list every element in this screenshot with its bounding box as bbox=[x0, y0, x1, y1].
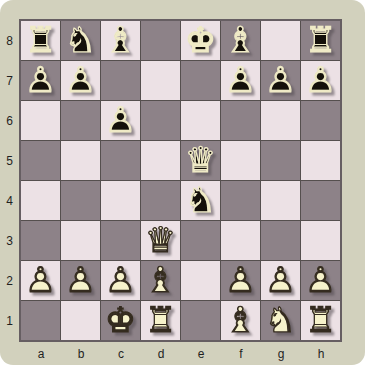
square-b2[interactable]: ♟♙ bbox=[61, 261, 100, 300]
rank-label-7: 7 bbox=[2, 61, 17, 101]
black-pawn-outline-glyph: ♙ bbox=[21, 61, 60, 100]
black-pawn-piece: ♟♙ bbox=[61, 61, 100, 100]
rank-label-3: 3 bbox=[2, 221, 17, 261]
file-label-d: d bbox=[141, 345, 181, 363]
white-pawn-outline-glyph: ♙ bbox=[301, 261, 340, 300]
file-label-b: b bbox=[61, 345, 101, 363]
square-f8[interactable]: ♝♗ bbox=[221, 21, 260, 60]
black-pawn-outline-glyph: ♙ bbox=[261, 61, 300, 100]
black-knight-outline-glyph: ♘ bbox=[181, 181, 220, 220]
white-pawn-outline-glyph: ♙ bbox=[61, 261, 100, 300]
square-b8[interactable]: ♞♘ bbox=[61, 21, 100, 60]
file-label-c: c bbox=[101, 345, 141, 363]
rank-label-8: 8 bbox=[2, 21, 17, 61]
square-g5[interactable] bbox=[261, 141, 300, 180]
square-h2[interactable]: ♟♙ bbox=[301, 261, 340, 300]
black-pawn-piece: ♟♙ bbox=[261, 61, 300, 100]
black-pawn-outline-glyph: ♙ bbox=[61, 61, 100, 100]
black-pawn-piece: ♟♙ bbox=[301, 61, 340, 100]
square-c4[interactable] bbox=[101, 181, 140, 220]
square-a3[interactable] bbox=[21, 221, 60, 260]
square-b6[interactable] bbox=[61, 101, 100, 140]
square-c1[interactable]: ♚♔ bbox=[101, 301, 140, 340]
white-pawn-outline-glyph: ♙ bbox=[101, 261, 140, 300]
square-b1[interactable] bbox=[61, 301, 100, 340]
white-pawn-outline-glyph: ♙ bbox=[261, 261, 300, 300]
black-bishop-outline-glyph: ♗ bbox=[101, 21, 140, 60]
white-rook-piece: ♜♖ bbox=[141, 301, 180, 340]
square-b7[interactable]: ♟♙ bbox=[61, 61, 100, 100]
square-b4[interactable] bbox=[61, 181, 100, 220]
white-rook-outline-glyph: ♖ bbox=[301, 301, 340, 340]
black-queen-piece: ♛♕ bbox=[181, 141, 220, 180]
square-f5[interactable] bbox=[221, 141, 260, 180]
black-pawn-outline-glyph: ♙ bbox=[301, 61, 340, 100]
square-g6[interactable] bbox=[261, 101, 300, 140]
black-rook-piece: ♜♖ bbox=[301, 21, 340, 60]
white-knight-outline-glyph: ♘ bbox=[261, 301, 300, 340]
file-label-g: g bbox=[261, 345, 301, 363]
file-label-e: e bbox=[181, 345, 221, 363]
square-h3[interactable] bbox=[301, 221, 340, 260]
square-d2[interactable]: ♝♗ bbox=[141, 261, 180, 300]
square-c3[interactable] bbox=[101, 221, 140, 260]
square-d4[interactable] bbox=[141, 181, 180, 220]
square-a1[interactable] bbox=[21, 301, 60, 340]
square-a2[interactable]: ♟♙ bbox=[21, 261, 60, 300]
black-knight-outline-glyph: ♘ bbox=[61, 21, 100, 60]
white-pawn-piece: ♟♙ bbox=[221, 261, 260, 300]
file-label-f: f bbox=[221, 345, 261, 363]
square-f2[interactable]: ♟♙ bbox=[221, 261, 260, 300]
black-pawn-piece: ♟♙ bbox=[21, 61, 60, 100]
square-g8[interactable] bbox=[261, 21, 300, 60]
square-d1[interactable]: ♜♖ bbox=[141, 301, 180, 340]
white-pawn-piece: ♟♙ bbox=[261, 261, 300, 300]
white-queen-outline-glyph: ♕ bbox=[141, 221, 180, 260]
square-f6[interactable] bbox=[221, 101, 260, 140]
square-e6[interactable] bbox=[181, 101, 220, 140]
file-label-a: a bbox=[21, 345, 61, 363]
white-rook-piece: ♜♖ bbox=[301, 301, 340, 340]
square-d3[interactable]: ♛♕ bbox=[141, 221, 180, 260]
square-d7[interactable] bbox=[141, 61, 180, 100]
square-c2[interactable]: ♟♙ bbox=[101, 261, 140, 300]
rank-label-4: 4 bbox=[2, 181, 17, 221]
chess-board[interactable]: ♜♖♞♘♝♗♚♔♝♗♜♖♟♙♟♙♟♙♟♙♟♙♟♙♛♕♞♘♛♕♟♙♟♙♟♙♝♗♟♙… bbox=[19, 19, 342, 342]
rank-label-6: 6 bbox=[2, 101, 17, 141]
black-rook-piece: ♜♖ bbox=[21, 21, 60, 60]
square-c8[interactable]: ♝♗ bbox=[101, 21, 140, 60]
rank-label-1: 1 bbox=[2, 301, 17, 341]
white-pawn-piece: ♟♙ bbox=[301, 261, 340, 300]
square-e3[interactable] bbox=[181, 221, 220, 260]
black-pawn-outline-glyph: ♙ bbox=[221, 61, 260, 100]
black-king-outline-glyph: ♔ bbox=[181, 21, 220, 60]
square-e1[interactable] bbox=[181, 301, 220, 340]
square-h6[interactable] bbox=[301, 101, 340, 140]
square-a4[interactable] bbox=[21, 181, 60, 220]
square-e7[interactable] bbox=[181, 61, 220, 100]
square-b3[interactable] bbox=[61, 221, 100, 260]
white-king-outline-glyph: ♔ bbox=[101, 301, 140, 340]
black-rook-outline-glyph: ♖ bbox=[21, 21, 60, 60]
white-pawn-piece: ♟♙ bbox=[21, 261, 60, 300]
square-d6[interactable] bbox=[141, 101, 180, 140]
square-f3[interactable] bbox=[221, 221, 260, 260]
square-f1[interactable]: ♝♗ bbox=[221, 301, 260, 340]
white-knight-piece: ♞♘ bbox=[261, 301, 300, 340]
rank-label-5: 5 bbox=[2, 141, 17, 181]
square-h1[interactable]: ♜♖ bbox=[301, 301, 340, 340]
white-bishop-outline-glyph: ♗ bbox=[221, 301, 260, 340]
black-bishop-piece: ♝♗ bbox=[221, 21, 260, 60]
square-h8[interactable]: ♜♖ bbox=[301, 21, 340, 60]
black-bishop-outline-glyph: ♗ bbox=[221, 21, 260, 60]
white-pawn-piece: ♟♙ bbox=[61, 261, 100, 300]
square-h7[interactable]: ♟♙ bbox=[301, 61, 340, 100]
square-a5[interactable] bbox=[21, 141, 60, 180]
square-e8[interactable]: ♚♔ bbox=[181, 21, 220, 60]
white-pawn-outline-glyph: ♙ bbox=[221, 261, 260, 300]
rank-label-2: 2 bbox=[2, 261, 17, 301]
square-h4[interactable] bbox=[301, 181, 340, 220]
black-queen-outline-glyph: ♕ bbox=[181, 141, 220, 180]
square-c5[interactable] bbox=[101, 141, 140, 180]
square-g3[interactable] bbox=[261, 221, 300, 260]
black-king-piece: ♚♔ bbox=[181, 21, 220, 60]
square-d8[interactable] bbox=[141, 21, 180, 60]
square-d5[interactable] bbox=[141, 141, 180, 180]
square-f7[interactable]: ♟♙ bbox=[221, 61, 260, 100]
square-g1[interactable]: ♞♘ bbox=[261, 301, 300, 340]
square-a6[interactable] bbox=[21, 101, 60, 140]
square-g7[interactable]: ♟♙ bbox=[261, 61, 300, 100]
black-knight-piece: ♞♘ bbox=[181, 181, 220, 220]
white-bishop-piece: ♝♗ bbox=[141, 261, 180, 300]
square-h5[interactable] bbox=[301, 141, 340, 180]
white-queen-piece: ♛♕ bbox=[141, 221, 180, 260]
square-b5[interactable] bbox=[61, 141, 100, 180]
black-bishop-piece: ♝♗ bbox=[101, 21, 140, 60]
square-e5[interactable]: ♛♕ bbox=[181, 141, 220, 180]
black-rook-outline-glyph: ♖ bbox=[301, 21, 340, 60]
black-knight-piece: ♞♘ bbox=[61, 21, 100, 60]
square-e4[interactable]: ♞♘ bbox=[181, 181, 220, 220]
square-g2[interactable]: ♟♙ bbox=[261, 261, 300, 300]
square-a7[interactable]: ♟♙ bbox=[21, 61, 60, 100]
chessboard-window: ♜♖♞♘♝♗♚♔♝♗♜♖♟♙♟♙♟♙♟♙♟♙♟♙♛♕♞♘♛♕♟♙♟♙♟♙♝♗♟♙… bbox=[0, 0, 365, 365]
white-pawn-outline-glyph: ♙ bbox=[21, 261, 60, 300]
square-g4[interactable] bbox=[261, 181, 300, 220]
white-pawn-piece: ♟♙ bbox=[101, 261, 140, 300]
white-bishop-outline-glyph: ♗ bbox=[141, 261, 180, 300]
white-king-piece: ♚♔ bbox=[101, 301, 140, 340]
white-rook-outline-glyph: ♖ bbox=[141, 301, 180, 340]
black-pawn-piece: ♟♙ bbox=[101, 101, 140, 140]
square-c7[interactable] bbox=[101, 61, 140, 100]
square-a8[interactable]: ♜♖ bbox=[21, 21, 60, 60]
file-label-h: h bbox=[301, 345, 341, 363]
square-f4[interactable] bbox=[221, 181, 260, 220]
black-pawn-outline-glyph: ♙ bbox=[101, 101, 140, 140]
white-bishop-piece: ♝♗ bbox=[221, 301, 260, 340]
square-e2[interactable] bbox=[181, 261, 220, 300]
square-c6[interactable]: ♟♙ bbox=[101, 101, 140, 140]
black-pawn-piece: ♟♙ bbox=[221, 61, 260, 100]
